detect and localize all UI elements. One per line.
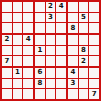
box-r2c1: 247 <box>2 35 33 66</box>
cell-r7c5[interactable] <box>46 68 56 78</box>
cell-r1c4[interactable] <box>35 2 45 12</box>
cell-r6c6[interactable] <box>56 56 66 66</box>
cell-r8c4[interactable]: 8 <box>35 79 45 89</box>
cell-r8c3[interactable] <box>23 79 33 89</box>
cell-r4c2[interactable] <box>13 35 23 45</box>
cell-r7c7[interactable]: 4 <box>68 68 78 78</box>
cell-r5c8[interactable]: 8 <box>79 46 89 56</box>
box-r1c1 <box>2 2 33 33</box>
cell-r3c5[interactable] <box>46 23 56 33</box>
cell-r6c3[interactable] <box>23 56 33 66</box>
cell-r1c9[interactable] <box>89 2 99 12</box>
cell-r5c7[interactable] <box>68 46 78 56</box>
cell-r2c9[interactable] <box>89 13 99 23</box>
cell-r8c1[interactable] <box>2 79 12 89</box>
cell-r7c1[interactable] <box>2 68 12 78</box>
cell-r2c8[interactable]: 5 <box>79 13 89 23</box>
box-r1c2: 243 <box>35 2 66 33</box>
cell-r1c1[interactable] <box>2 2 12 12</box>
cell-r2c7[interactable] <box>68 13 78 23</box>
cell-r3c9[interactable] <box>89 23 99 33</box>
cell-r2c6[interactable] <box>56 13 66 23</box>
cell-r5c9[interactable] <box>89 46 99 56</box>
cell-r5c3[interactable] <box>23 46 33 56</box>
cell-r3c4[interactable] <box>35 23 45 33</box>
cell-r1c7[interactable] <box>68 2 78 12</box>
box-r1c3: 58 <box>68 2 99 33</box>
cell-r3c7[interactable]: 8 <box>68 23 78 33</box>
cell-r6c8[interactable]: 2 <box>79 56 89 66</box>
cell-r8c6[interactable] <box>56 79 66 89</box>
cell-r5c5[interactable] <box>46 46 56 56</box>
cell-r4c1[interactable]: 2 <box>2 35 12 45</box>
cell-r3c1[interactable] <box>2 23 12 33</box>
cell-r7c6[interactable] <box>56 68 66 78</box>
box-r3c3: 437 <box>68 68 99 99</box>
cell-r9c6[interactable] <box>56 89 66 99</box>
cell-r7c3[interactable] <box>23 68 33 78</box>
cell-r9c9[interactable]: 7 <box>89 89 99 99</box>
cell-r3c8[interactable] <box>79 23 89 33</box>
cell-r3c6[interactable] <box>56 23 66 33</box>
cell-r8c8[interactable] <box>79 79 89 89</box>
cell-r1c3[interactable] <box>23 2 33 12</box>
cell-r6c4[interactable] <box>35 56 45 66</box>
cell-r6c1[interactable]: 7 <box>2 56 12 66</box>
cell-r5c4[interactable]: 1 <box>35 46 45 56</box>
cell-r8c9[interactable] <box>89 79 99 89</box>
box-r2c3: 82 <box>68 35 99 66</box>
cell-r8c7[interactable]: 3 <box>68 79 78 89</box>
cell-r6c9[interactable] <box>89 56 99 66</box>
cell-r3c3[interactable] <box>23 23 33 33</box>
cell-r3c2[interactable] <box>13 23 23 33</box>
cell-r7c8[interactable] <box>79 68 89 78</box>
cell-r9c7[interactable] <box>68 89 78 99</box>
cell-r2c3[interactable] <box>23 13 33 23</box>
cell-r5c6[interactable] <box>56 46 66 56</box>
box-r3c1: 1 <box>2 68 33 99</box>
cell-r9c1[interactable] <box>2 89 12 99</box>
cell-r1c6[interactable]: 4 <box>56 2 66 12</box>
cell-r9c4[interactable] <box>35 89 45 99</box>
box-r3c2: 68 <box>35 68 66 99</box>
cell-r4c5[interactable] <box>46 35 56 45</box>
cell-r6c2[interactable] <box>13 56 23 66</box>
cell-r8c2[interactable] <box>13 79 23 89</box>
sudoku-board: 24358247182168437 <box>0 0 101 101</box>
cell-r2c1[interactable] <box>2 13 12 23</box>
cell-r4c6[interactable] <box>56 35 66 45</box>
cell-r2c5[interactable]: 3 <box>46 13 56 23</box>
cell-r5c2[interactable] <box>13 46 23 56</box>
cell-r4c4[interactable] <box>35 35 45 45</box>
box-r2c2: 1 <box>35 35 66 66</box>
cell-r4c8[interactable] <box>79 35 89 45</box>
cell-r5c1[interactable] <box>2 46 12 56</box>
cell-r9c8[interactable] <box>79 89 89 99</box>
cell-r7c4[interactable]: 6 <box>35 68 45 78</box>
cell-r4c9[interactable] <box>89 35 99 45</box>
cell-r2c4[interactable] <box>35 13 45 23</box>
cell-r9c3[interactable] <box>23 89 33 99</box>
cell-r7c9[interactable] <box>89 68 99 78</box>
cell-r1c5[interactable]: 2 <box>46 2 56 12</box>
cell-r4c7[interactable] <box>68 35 78 45</box>
cell-r1c2[interactable] <box>13 2 23 12</box>
cell-r9c2[interactable] <box>13 89 23 99</box>
cell-r6c7[interactable] <box>68 56 78 66</box>
cell-r8c5[interactable] <box>46 79 56 89</box>
cell-r6c5[interactable] <box>46 56 56 66</box>
cell-r4c3[interactable]: 4 <box>23 35 33 45</box>
cell-r9c5[interactable] <box>46 89 56 99</box>
cell-r7c2[interactable]: 1 <box>13 68 23 78</box>
cell-r1c8[interactable] <box>79 2 89 12</box>
cell-r2c2[interactable] <box>13 13 23 23</box>
